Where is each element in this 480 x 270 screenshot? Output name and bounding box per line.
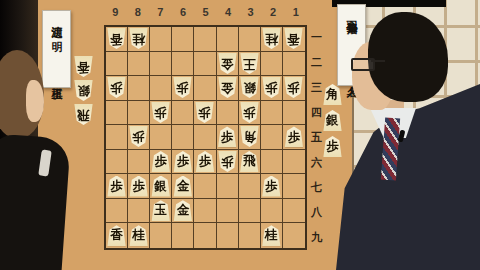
sente-piece-歩[interactable]: 歩: [129, 176, 148, 197]
gote-piece-銀[interactable]: 銀: [240, 77, 259, 98]
gote-piece-銀[interactable]: 銀: [74, 80, 93, 101]
column-number-7: 7: [149, 6, 172, 22]
board-grid: 香桂桂香金王歩歩金銀歩歩歩歩歩歩歩角歩歩歩歩歩飛歩歩銀金歩玉金香桂桂: [106, 27, 305, 248]
square-51[interactable]: [194, 27, 216, 52]
gote-piece-角[interactable]: 角: [240, 126, 259, 147]
broadcast-frame: 987654321 一二三四五六七八九 香桂桂香金王歩歩金銀歩歩歩歩歩歩歩角歩歩…: [0, 0, 480, 270]
square-36[interactable]: 飛: [239, 150, 261, 175]
square-85[interactable]: 歩: [128, 125, 150, 150]
square-32[interactable]: 王: [239, 52, 261, 77]
gote-piece-桂[interactable]: 桂: [129, 28, 148, 49]
square-82[interactable]: [128, 52, 150, 77]
right-player-name: 羽生善治: [344, 11, 359, 15]
sente-piece-飛[interactable]: 飛: [240, 151, 259, 172]
square-65[interactable]: [172, 125, 194, 150]
sente-piece-歩[interactable]: 歩: [284, 126, 303, 147]
column-number-6: 6: [172, 6, 195, 22]
column-number-1: 1: [284, 6, 307, 22]
square-52[interactable]: [194, 52, 216, 77]
square-23[interactable]: 歩: [261, 76, 283, 101]
right-person-hair: [368, 12, 448, 102]
sente-piece-玉[interactable]: 玉: [151, 200, 170, 221]
gote-piece-桂[interactable]: 桂: [262, 28, 281, 49]
column-number-5: 5: [194, 6, 217, 22]
square-94[interactable]: [106, 101, 128, 126]
column-number-4: 4: [217, 6, 240, 22]
square-48[interactable]: [217, 199, 239, 224]
square-68[interactable]: 金: [172, 199, 194, 224]
glasses-arm: [371, 60, 385, 62]
gote-hand-tray: 香銀飛: [74, 56, 93, 125]
sente-piece-歩[interactable]: 歩: [323, 136, 342, 157]
sente-piece-金[interactable]: 金: [173, 176, 192, 197]
square-15[interactable]: 歩: [283, 125, 305, 150]
square-11[interactable]: 香: [283, 27, 305, 52]
square-49[interactable]: [217, 223, 239, 248]
square-39[interactable]: [239, 223, 261, 248]
square-34[interactable]: 歩: [239, 101, 261, 126]
square-44[interactable]: [217, 101, 239, 126]
square-12[interactable]: [283, 52, 305, 77]
square-26[interactable]: [261, 150, 283, 175]
square-96[interactable]: [106, 150, 128, 175]
square-38[interactable]: [239, 199, 261, 224]
square-16[interactable]: [283, 150, 305, 175]
square-25[interactable]: [261, 125, 283, 150]
square-53[interactable]: [194, 76, 216, 101]
square-71[interactable]: [150, 27, 172, 52]
sente-piece-歩[interactable]: 歩: [262, 176, 281, 197]
square-86[interactable]: [128, 150, 150, 175]
column-number-3: 3: [239, 6, 262, 22]
gote-piece-歩[interactable]: 歩: [240, 102, 259, 123]
sente-piece-香[interactable]: 香: [107, 225, 126, 246]
sente-piece-銀[interactable]: 銀: [323, 110, 342, 131]
square-95[interactable]: [106, 125, 128, 150]
square-28[interactable]: [261, 199, 283, 224]
row-label-九: 九: [309, 225, 324, 250]
square-69[interactable]: [172, 223, 194, 248]
row-label-一: 一: [309, 25, 324, 50]
square-56[interactable]: 歩: [194, 150, 216, 175]
row-label-八: 八: [309, 200, 324, 225]
square-47[interactable]: [217, 174, 239, 199]
square-91[interactable]: 香: [106, 27, 128, 52]
square-83[interactable]: [128, 76, 150, 101]
row-label-五: 五: [309, 125, 324, 150]
square-79[interactable]: [150, 223, 172, 248]
sente-piece-歩[interactable]: 歩: [151, 151, 170, 172]
square-61[interactable]: [172, 27, 194, 52]
gote-piece-香[interactable]: 香: [74, 56, 93, 77]
square-76[interactable]: 歩: [150, 150, 172, 175]
gote-piece-王[interactable]: 王: [240, 53, 259, 74]
left-person-body: [0, 133, 71, 270]
left-player-name: 渡辺 明: [49, 17, 64, 33]
gote-piece-金[interactable]: 金: [218, 53, 237, 74]
row-label-四: 四: [309, 100, 324, 125]
square-35[interactable]: 角: [239, 125, 261, 150]
square-98[interactable]: [106, 199, 128, 224]
square-37[interactable]: [239, 174, 261, 199]
gote-piece-香[interactable]: 香: [107, 28, 126, 49]
square-81[interactable]: 桂: [128, 27, 150, 52]
square-45[interactable]: 歩: [217, 125, 239, 150]
shogi-board: 香桂桂香金王歩歩金銀歩歩歩歩歩歩歩角歩歩歩歩歩飛歩歩銀金歩玉金香桂桂: [104, 25, 307, 250]
square-77[interactable]: 銀: [150, 174, 172, 199]
square-89[interactable]: 桂: [128, 223, 150, 248]
square-87[interactable]: 歩: [128, 174, 150, 199]
square-67[interactable]: 金: [172, 174, 194, 199]
gote-piece-歩[interactable]: 歩: [173, 77, 192, 98]
square-73[interactable]: [150, 76, 172, 101]
square-27[interactable]: 歩: [261, 174, 283, 199]
gote-piece-飛[interactable]: 飛: [74, 104, 93, 125]
sente-piece-角[interactable]: 角: [323, 84, 342, 105]
left-player-title: 棋王: [49, 79, 64, 81]
gote-piece-歩[interactable]: 歩: [107, 77, 126, 98]
row-label-六: 六: [309, 150, 324, 175]
square-78[interactable]: 玉: [150, 199, 172, 224]
square-14[interactable]: [283, 101, 305, 126]
sente-piece-金[interactable]: 金: [173, 200, 192, 221]
left-person-face: [26, 80, 44, 122]
square-59[interactable]: [194, 223, 216, 248]
square-24[interactable]: [261, 101, 283, 126]
square-46[interactable]: 歩: [217, 150, 239, 175]
gote-piece-歩[interactable]: 歩: [262, 77, 281, 98]
square-54[interactable]: 歩: [194, 101, 216, 126]
square-21[interactable]: 桂: [261, 27, 283, 52]
square-31[interactable]: [239, 27, 261, 52]
sente-piece-歩[interactable]: 歩: [218, 126, 237, 147]
sente-piece-歩[interactable]: 歩: [173, 151, 192, 172]
square-64[interactable]: [172, 101, 194, 126]
square-19[interactable]: [283, 223, 305, 248]
square-42[interactable]: 金: [217, 52, 239, 77]
gote-piece-歩[interactable]: 歩: [284, 77, 303, 98]
square-74[interactable]: 歩: [150, 101, 172, 126]
square-33[interactable]: 銀: [239, 76, 261, 101]
square-22[interactable]: [261, 52, 283, 77]
sente-piece-桂[interactable]: 桂: [262, 225, 281, 246]
gote-piece-香[interactable]: 香: [284, 28, 303, 49]
sente-piece-歩[interactable]: 歩: [195, 151, 214, 172]
square-88[interactable]: [128, 199, 150, 224]
sente-piece-歩[interactable]: 歩: [107, 176, 126, 197]
sente-piece-銀[interactable]: 銀: [151, 176, 170, 197]
square-55[interactable]: [194, 125, 216, 150]
square-93[interactable]: 歩: [106, 76, 128, 101]
square-17[interactable]: [283, 174, 305, 199]
gote-piece-歩[interactable]: 歩: [218, 151, 237, 172]
column-number-9: 9: [104, 6, 127, 22]
gote-piece-金[interactable]: 金: [218, 77, 237, 98]
square-43[interactable]: 金: [217, 76, 239, 101]
gote-piece-歩[interactable]: 歩: [195, 102, 214, 123]
column-number-8: 8: [127, 6, 150, 22]
row-label-七: 七: [309, 175, 324, 200]
square-92[interactable]: [106, 52, 128, 77]
sente-piece-桂[interactable]: 桂: [129, 225, 148, 246]
square-29[interactable]: 桂: [261, 223, 283, 248]
gote-piece-歩[interactable]: 歩: [151, 102, 170, 123]
square-62[interactable]: [172, 52, 194, 77]
square-97[interactable]: 歩: [106, 174, 128, 199]
column-number-2: 2: [262, 6, 285, 22]
square-75[interactable]: [150, 125, 172, 150]
square-66[interactable]: 歩: [172, 150, 194, 175]
column-numbers: 987654321: [104, 6, 307, 22]
square-58[interactable]: [194, 199, 216, 224]
square-18[interactable]: [283, 199, 305, 224]
square-63[interactable]: 歩: [172, 76, 194, 101]
square-57[interactable]: [194, 174, 216, 199]
square-13[interactable]: 歩: [283, 76, 305, 101]
left-player-plate: 渡辺 明 棋王: [42, 10, 71, 88]
square-72[interactable]: [150, 52, 172, 77]
square-99[interactable]: 香: [106, 223, 128, 248]
row-labels: 一二三四五六七八九: [309, 25, 324, 250]
gote-piece-歩[interactable]: 歩: [129, 126, 148, 147]
row-label-二: 二: [309, 50, 324, 75]
square-84[interactable]: [128, 101, 150, 126]
square-41[interactable]: [217, 27, 239, 52]
sente-hand-tray: 角銀歩: [323, 84, 342, 157]
row-label-三: 三: [309, 75, 324, 100]
